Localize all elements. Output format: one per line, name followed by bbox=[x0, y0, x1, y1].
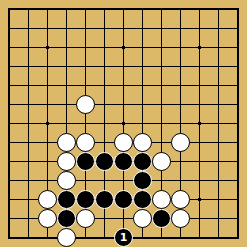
board-cell[interactable] bbox=[38, 190, 57, 209]
board-cell[interactable] bbox=[152, 0, 171, 19]
board-cell[interactable] bbox=[95, 133, 114, 152]
board-cell[interactable] bbox=[133, 190, 152, 209]
board-cell[interactable] bbox=[95, 95, 114, 114]
board-cell[interactable] bbox=[152, 95, 171, 114]
board-cell[interactable] bbox=[152, 209, 171, 228]
white-stone[interactable] bbox=[171, 209, 190, 228]
board-cell[interactable] bbox=[209, 228, 228, 247]
board-cell[interactable] bbox=[152, 152, 171, 171]
board-cell[interactable] bbox=[228, 152, 247, 171]
board-cell[interactable] bbox=[209, 95, 228, 114]
board-cell[interactable] bbox=[95, 0, 114, 19]
board-cell[interactable] bbox=[0, 190, 19, 209]
board-cell[interactable] bbox=[152, 133, 171, 152]
board-cell[interactable] bbox=[38, 95, 57, 114]
board-cell[interactable] bbox=[209, 171, 228, 190]
board-cell[interactable] bbox=[171, 114, 190, 133]
black-stone[interactable] bbox=[133, 190, 152, 209]
black-stone[interactable] bbox=[57, 190, 76, 209]
board-cell[interactable] bbox=[114, 209, 133, 228]
star-point bbox=[198, 198, 201, 201]
board-cell[interactable] bbox=[114, 133, 133, 152]
board-cell[interactable] bbox=[76, 95, 95, 114]
board-cell[interactable] bbox=[19, 114, 38, 133]
board-cell[interactable] bbox=[228, 209, 247, 228]
board-cell[interactable] bbox=[190, 0, 209, 19]
board-cell[interactable]: 1 bbox=[114, 228, 133, 247]
board-cell[interactable] bbox=[190, 95, 209, 114]
board-cell[interactable] bbox=[57, 95, 76, 114]
board-cell[interactable] bbox=[209, 133, 228, 152]
board-cell[interactable] bbox=[0, 95, 19, 114]
board-cell[interactable] bbox=[38, 57, 57, 76]
board-cell[interactable] bbox=[171, 228, 190, 247]
marked-black-stone[interactable]: 1 bbox=[114, 228, 133, 247]
board-cell[interactable] bbox=[209, 152, 228, 171]
board-cell[interactable] bbox=[57, 190, 76, 209]
board-cell[interactable] bbox=[95, 209, 114, 228]
board-cell[interactable] bbox=[209, 0, 228, 19]
board-cell[interactable] bbox=[152, 190, 171, 209]
board-cell[interactable] bbox=[190, 133, 209, 152]
board-cell[interactable] bbox=[152, 228, 171, 247]
board-cell[interactable] bbox=[114, 57, 133, 76]
board-cell[interactable] bbox=[152, 114, 171, 133]
board-cell[interactable] bbox=[19, 171, 38, 190]
star-point bbox=[122, 46, 125, 49]
board-cell[interactable] bbox=[0, 133, 19, 152]
board-cell[interactable] bbox=[0, 171, 19, 190]
board-cell[interactable] bbox=[228, 114, 247, 133]
white-stone[interactable] bbox=[152, 190, 171, 209]
black-stone[interactable] bbox=[95, 152, 114, 171]
board-cell[interactable] bbox=[228, 57, 247, 76]
board-cell[interactable] bbox=[114, 19, 133, 38]
white-stone[interactable] bbox=[57, 133, 76, 152]
board-cell[interactable] bbox=[190, 209, 209, 228]
board-cell[interactable] bbox=[57, 133, 76, 152]
board-cell[interactable] bbox=[0, 19, 19, 38]
board-cell[interactable] bbox=[171, 19, 190, 38]
board-cell[interactable] bbox=[228, 38, 247, 57]
board-cell[interactable] bbox=[0, 209, 19, 228]
board-cell[interactable] bbox=[228, 171, 247, 190]
board-cell[interactable] bbox=[133, 133, 152, 152]
board-cell[interactable] bbox=[76, 133, 95, 152]
board-cell[interactable] bbox=[19, 38, 38, 57]
board-cell[interactable] bbox=[19, 95, 38, 114]
board-cell[interactable] bbox=[76, 0, 95, 19]
white-stone[interactable] bbox=[57, 228, 76, 247]
board-cell[interactable] bbox=[76, 38, 95, 57]
board-cell[interactable] bbox=[171, 133, 190, 152]
board-cell[interactable] bbox=[95, 57, 114, 76]
board-cell[interactable] bbox=[38, 133, 57, 152]
board-cell[interactable] bbox=[57, 57, 76, 76]
board-cell[interactable] bbox=[209, 209, 228, 228]
board-cell[interactable] bbox=[114, 171, 133, 190]
board-cell[interactable] bbox=[19, 133, 38, 152]
white-stone[interactable] bbox=[76, 95, 95, 114]
board-cell[interactable] bbox=[209, 38, 228, 57]
black-stone[interactable] bbox=[114, 190, 133, 209]
white-stone[interactable] bbox=[133, 209, 152, 228]
board-cell[interactable] bbox=[19, 57, 38, 76]
board-cell[interactable] bbox=[171, 171, 190, 190]
board-cell[interactable] bbox=[0, 228, 19, 247]
board-cell[interactable] bbox=[38, 0, 57, 19]
board-cell[interactable] bbox=[171, 95, 190, 114]
white-stone[interactable] bbox=[57, 171, 76, 190]
black-stone[interactable] bbox=[76, 152, 95, 171]
board-cell[interactable] bbox=[228, 190, 247, 209]
board-cell[interactable] bbox=[19, 76, 38, 95]
board-cell[interactable] bbox=[190, 152, 209, 171]
board-cell[interactable] bbox=[133, 171, 152, 190]
board-cell[interactable] bbox=[133, 228, 152, 247]
black-stone[interactable] bbox=[114, 152, 133, 171]
black-stone[interactable] bbox=[133, 171, 152, 190]
board-cell[interactable] bbox=[38, 171, 57, 190]
board-cell[interactable] bbox=[171, 190, 190, 209]
star-point bbox=[46, 46, 49, 49]
board-cell[interactable] bbox=[19, 190, 38, 209]
board-cell[interactable] bbox=[133, 152, 152, 171]
board-cell[interactable] bbox=[133, 57, 152, 76]
board-cell[interactable] bbox=[0, 76, 19, 95]
star-point bbox=[198, 122, 201, 125]
board-cell[interactable] bbox=[228, 0, 247, 19]
board-cell[interactable] bbox=[57, 76, 76, 95]
board-cell[interactable] bbox=[171, 57, 190, 76]
board-cell[interactable] bbox=[76, 209, 95, 228]
board-cell[interactable] bbox=[133, 19, 152, 38]
black-stone[interactable] bbox=[76, 190, 95, 209]
white-stone[interactable] bbox=[171, 133, 190, 152]
board-cell[interactable] bbox=[152, 171, 171, 190]
board-cell[interactable] bbox=[57, 171, 76, 190]
board-cell[interactable] bbox=[152, 38, 171, 57]
board-cell[interactable] bbox=[171, 0, 190, 19]
board-cell[interactable] bbox=[190, 76, 209, 95]
white-stone[interactable] bbox=[57, 152, 76, 171]
board-cell[interactable] bbox=[228, 228, 247, 247]
board-cell[interactable] bbox=[38, 152, 57, 171]
board-cell[interactable] bbox=[38, 228, 57, 247]
board-cell[interactable] bbox=[209, 190, 228, 209]
board-cell[interactable] bbox=[57, 19, 76, 38]
board-cell[interactable] bbox=[76, 114, 95, 133]
board-cell[interactable] bbox=[19, 228, 38, 247]
star-point bbox=[198, 46, 201, 49]
black-stone[interactable] bbox=[57, 209, 76, 228]
board-cell[interactable] bbox=[76, 19, 95, 38]
board-cell[interactable] bbox=[152, 76, 171, 95]
board-cell[interactable] bbox=[95, 228, 114, 247]
board-cell[interactable] bbox=[95, 171, 114, 190]
black-stone[interactable] bbox=[152, 209, 171, 228]
board-cell[interactable] bbox=[57, 38, 76, 57]
move-number-label: 1 bbox=[120, 232, 128, 243]
board-cell[interactable] bbox=[171, 38, 190, 57]
white-stone[interactable] bbox=[171, 190, 190, 209]
board-cell[interactable] bbox=[19, 152, 38, 171]
white-stone[interactable] bbox=[76, 209, 95, 228]
board-cell[interactable] bbox=[133, 209, 152, 228]
board-cell[interactable] bbox=[95, 114, 114, 133]
board-cell[interactable] bbox=[133, 114, 152, 133]
board-cell[interactable] bbox=[0, 114, 19, 133]
board-cell[interactable] bbox=[114, 0, 133, 19]
star-point bbox=[46, 122, 49, 125]
board-cell[interactable] bbox=[209, 19, 228, 38]
board-cell[interactable] bbox=[19, 0, 38, 19]
board-cell[interactable] bbox=[228, 76, 247, 95]
board-cell[interactable] bbox=[133, 95, 152, 114]
board-cell[interactable] bbox=[95, 152, 114, 171]
board-cell[interactable] bbox=[190, 57, 209, 76]
board-cell[interactable] bbox=[57, 228, 76, 247]
board-cell[interactable] bbox=[0, 0, 19, 19]
board-cell[interactable] bbox=[38, 209, 57, 228]
board-cell[interactable] bbox=[209, 114, 228, 133]
white-stone[interactable] bbox=[133, 133, 152, 152]
board-cell[interactable] bbox=[171, 152, 190, 171]
board-cell[interactable] bbox=[76, 171, 95, 190]
board-cell[interactable] bbox=[114, 95, 133, 114]
white-stone[interactable] bbox=[114, 133, 133, 152]
white-stone[interactable] bbox=[38, 190, 57, 209]
board-cell[interactable] bbox=[95, 19, 114, 38]
star-point bbox=[122, 122, 125, 125]
board-cell[interactable] bbox=[190, 171, 209, 190]
board-cell[interactable] bbox=[133, 38, 152, 57]
board-cell[interactable] bbox=[209, 57, 228, 76]
white-stone[interactable] bbox=[38, 209, 57, 228]
board-cell[interactable] bbox=[114, 152, 133, 171]
board-cell[interactable] bbox=[171, 76, 190, 95]
board-cell[interactable] bbox=[76, 152, 95, 171]
board-cell[interactable] bbox=[57, 152, 76, 171]
board-cell[interactable] bbox=[95, 38, 114, 57]
board-cell[interactable] bbox=[0, 57, 19, 76]
board-cell[interactable] bbox=[190, 19, 209, 38]
white-stone[interactable] bbox=[76, 133, 95, 152]
white-stone[interactable] bbox=[152, 152, 171, 171]
board-cell[interactable] bbox=[209, 76, 228, 95]
board-cell[interactable] bbox=[228, 95, 247, 114]
board-cell[interactable] bbox=[38, 76, 57, 95]
board-cell[interactable] bbox=[0, 152, 19, 171]
board-cell[interactable] bbox=[228, 133, 247, 152]
board-cell[interactable] bbox=[0, 38, 19, 57]
board-cell[interactable] bbox=[228, 19, 247, 38]
board-cell[interactable] bbox=[38, 19, 57, 38]
board-cell[interactable] bbox=[76, 228, 95, 247]
go-diagram: 1 bbox=[0, 0, 247, 247]
board-cell[interactable] bbox=[152, 57, 171, 76]
board-cell[interactable] bbox=[114, 76, 133, 95]
board-cell[interactable] bbox=[19, 209, 38, 228]
board-cell[interactable] bbox=[133, 76, 152, 95]
board-cell[interactable] bbox=[76, 57, 95, 76]
board-cell[interactable] bbox=[152, 19, 171, 38]
board-cell[interactable] bbox=[95, 76, 114, 95]
board-cell[interactable] bbox=[57, 209, 76, 228]
board-cell[interactable] bbox=[171, 209, 190, 228]
board-cell[interactable] bbox=[133, 0, 152, 19]
board-cell[interactable] bbox=[114, 190, 133, 209]
board-cell[interactable] bbox=[19, 19, 38, 38]
board-cell[interactable] bbox=[190, 228, 209, 247]
black-stone[interactable] bbox=[133, 152, 152, 171]
board-cell[interactable] bbox=[57, 114, 76, 133]
board-cell[interactable] bbox=[76, 76, 95, 95]
board-cell[interactable] bbox=[76, 190, 95, 209]
board-cell[interactable] bbox=[95, 190, 114, 209]
black-stone[interactable] bbox=[95, 190, 114, 209]
board-cell[interactable] bbox=[57, 0, 76, 19]
